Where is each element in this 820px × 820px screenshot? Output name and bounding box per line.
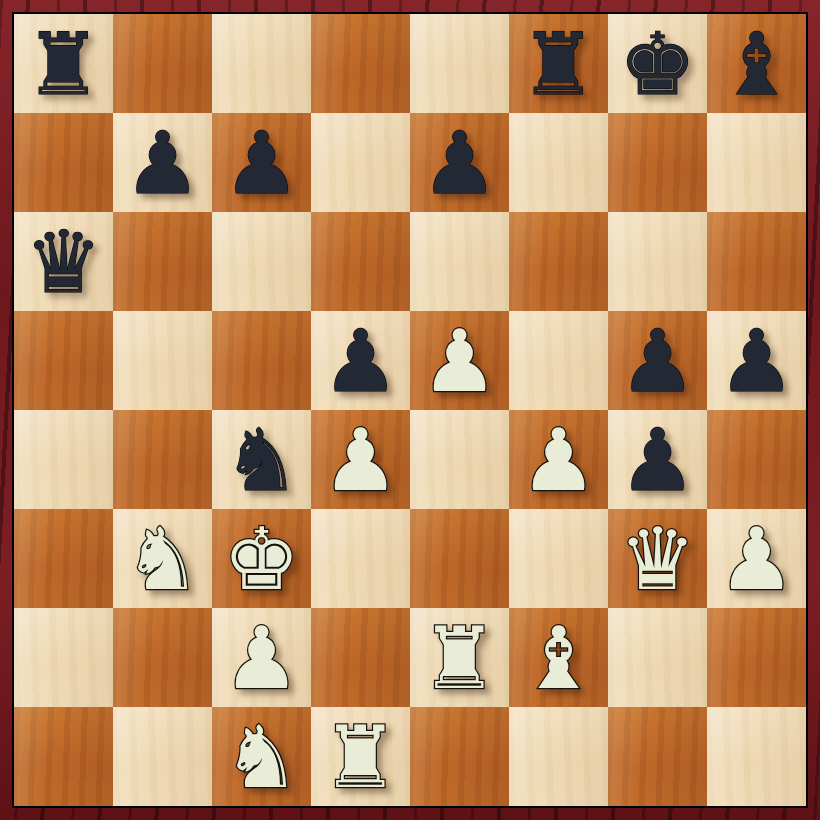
- square-c2[interactable]: ♟: [212, 608, 311, 707]
- square-h8[interactable]: ♝: [707, 14, 806, 113]
- square-f2[interactable]: ♝: [509, 608, 608, 707]
- square-e4[interactable]: [410, 410, 509, 509]
- piece-black-bishop[interactable]: ♝: [718, 21, 795, 107]
- square-d8[interactable]: [311, 14, 410, 113]
- piece-black-queen[interactable]: ♛: [25, 219, 102, 305]
- piece-white-bishop[interactable]: ♝: [520, 615, 597, 701]
- square-h4[interactable]: [707, 410, 806, 509]
- square-b3[interactable]: ♞: [113, 509, 212, 608]
- piece-black-rook[interactable]: ♜: [520, 21, 597, 107]
- square-e1[interactable]: [410, 707, 509, 806]
- square-a2[interactable]: [14, 608, 113, 707]
- square-b2[interactable]: [113, 608, 212, 707]
- square-g8[interactable]: ♚: [608, 14, 707, 113]
- piece-white-knight[interactable]: ♞: [223, 714, 300, 800]
- square-c4[interactable]: ♞: [212, 410, 311, 509]
- square-a4[interactable]: [14, 410, 113, 509]
- square-f1[interactable]: [509, 707, 608, 806]
- piece-black-king[interactable]: ♚: [619, 21, 696, 107]
- square-f5[interactable]: [509, 311, 608, 410]
- square-d2[interactable]: [311, 608, 410, 707]
- piece-white-pawn[interactable]: ♟: [421, 318, 498, 404]
- square-h2[interactable]: [707, 608, 806, 707]
- square-d6[interactable]: [311, 212, 410, 311]
- piece-black-pawn[interactable]: ♟: [322, 318, 399, 404]
- square-h7[interactable]: [707, 113, 806, 212]
- square-e3[interactable]: [410, 509, 509, 608]
- square-a1[interactable]: [14, 707, 113, 806]
- square-b8[interactable]: [113, 14, 212, 113]
- square-c5[interactable]: [212, 311, 311, 410]
- piece-white-king[interactable]: ♚: [223, 516, 300, 602]
- square-h5[interactable]: ♟: [707, 311, 806, 410]
- square-e7[interactable]: ♟: [410, 113, 509, 212]
- square-b5[interactable]: [113, 311, 212, 410]
- piece-white-knight[interactable]: ♞: [124, 516, 201, 602]
- square-a3[interactable]: [14, 509, 113, 608]
- piece-white-pawn[interactable]: ♟: [718, 516, 795, 602]
- square-b7[interactable]: ♟: [113, 113, 212, 212]
- piece-black-pawn[interactable]: ♟: [124, 120, 201, 206]
- square-d3[interactable]: [311, 509, 410, 608]
- square-b1[interactable]: [113, 707, 212, 806]
- square-e6[interactable]: [410, 212, 509, 311]
- square-g6[interactable]: [608, 212, 707, 311]
- piece-white-pawn[interactable]: ♟: [520, 417, 597, 503]
- square-f4[interactable]: ♟: [509, 410, 608, 509]
- piece-black-rook[interactable]: ♜: [25, 21, 102, 107]
- square-e2[interactable]: ♜: [410, 608, 509, 707]
- square-c1[interactable]: ♞: [212, 707, 311, 806]
- square-f8[interactable]: ♜: [509, 14, 608, 113]
- square-e5[interactable]: ♟: [410, 311, 509, 410]
- square-b4[interactable]: [113, 410, 212, 509]
- square-d5[interactable]: ♟: [311, 311, 410, 410]
- square-d4[interactable]: ♟: [311, 410, 410, 509]
- piece-white-rook[interactable]: ♜: [322, 714, 399, 800]
- piece-black-knight[interactable]: ♞: [223, 417, 300, 503]
- square-g3[interactable]: ♛: [608, 509, 707, 608]
- piece-black-pawn[interactable]: ♟: [619, 318, 696, 404]
- square-c3[interactable]: ♚: [212, 509, 311, 608]
- square-g1[interactable]: [608, 707, 707, 806]
- piece-black-pawn[interactable]: ♟: [619, 417, 696, 503]
- square-c7[interactable]: ♟: [212, 113, 311, 212]
- square-a8[interactable]: ♜: [14, 14, 113, 113]
- square-d1[interactable]: ♜: [311, 707, 410, 806]
- square-h3[interactable]: ♟: [707, 509, 806, 608]
- square-h6[interactable]: [707, 212, 806, 311]
- piece-black-pawn[interactable]: ♟: [421, 120, 498, 206]
- square-f3[interactable]: [509, 509, 608, 608]
- square-a7[interactable]: [14, 113, 113, 212]
- piece-white-rook[interactable]: ♜: [421, 615, 498, 701]
- square-c8[interactable]: [212, 14, 311, 113]
- square-c6[interactable]: [212, 212, 311, 311]
- piece-white-queen[interactable]: ♛: [619, 516, 696, 602]
- square-g2[interactable]: [608, 608, 707, 707]
- square-f6[interactable]: [509, 212, 608, 311]
- square-d7[interactable]: [311, 113, 410, 212]
- square-g7[interactable]: [608, 113, 707, 212]
- square-b6[interactable]: [113, 212, 212, 311]
- square-h1[interactable]: [707, 707, 806, 806]
- piece-white-pawn[interactable]: ♟: [322, 417, 399, 503]
- board-frame: ♜♜♚♝♟♟♟♛♟♟♟♟♞♟♟♟♞♚♛♟♟♜♝♞♜: [0, 0, 820, 820]
- chess-board: ♜♜♚♝♟♟♟♛♟♟♟♟♞♟♟♟♞♚♛♟♟♜♝♞♜: [12, 12, 808, 808]
- piece-white-pawn[interactable]: ♟: [223, 615, 300, 701]
- square-a5[interactable]: [14, 311, 113, 410]
- piece-black-pawn[interactable]: ♟: [718, 318, 795, 404]
- square-f7[interactable]: [509, 113, 608, 212]
- square-a6[interactable]: ♛: [14, 212, 113, 311]
- square-g4[interactable]: ♟: [608, 410, 707, 509]
- square-e8[interactable]: [410, 14, 509, 113]
- square-g5[interactable]: ♟: [608, 311, 707, 410]
- piece-black-pawn[interactable]: ♟: [223, 120, 300, 206]
